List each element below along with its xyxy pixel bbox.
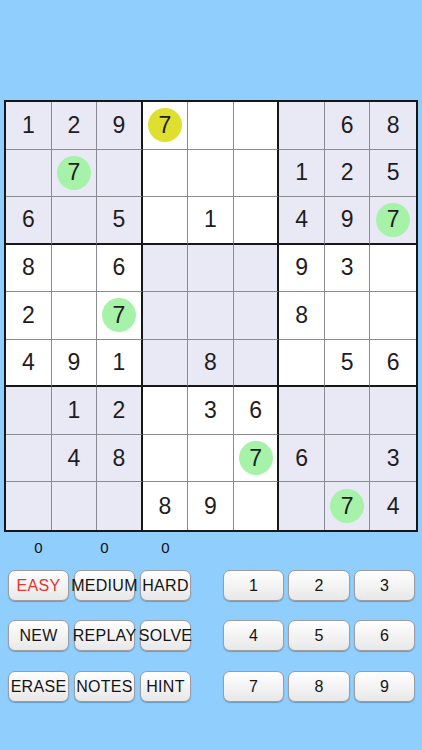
cell-r2c7[interactable]: 1 [279, 150, 325, 198]
solve-button[interactable]: SOLVE [140, 620, 191, 651]
cell-r6c1[interactable]: 4 [6, 340, 52, 388]
cell-r7c9[interactable] [370, 387, 416, 435]
cell-r1c4[interactable]: 7 [143, 102, 189, 150]
hard-counter: 0 [140, 539, 191, 557]
same-digit-highlight: 7 [239, 441, 273, 475]
cell-r3c9[interactable]: 7 [370, 197, 416, 245]
cell-r4c4[interactable] [143, 245, 189, 293]
cell-r4c8[interactable]: 3 [325, 245, 371, 293]
same-digit-highlight: 7 [376, 203, 410, 237]
cell-r1c8[interactable]: 6 [325, 102, 371, 150]
cell-r2c5[interactable] [188, 150, 234, 198]
cell-r8c3[interactable]: 8 [97, 435, 143, 483]
cell-r8c9[interactable]: 3 [370, 435, 416, 483]
cell-r9c6[interactable] [234, 482, 280, 530]
cell-r8c7[interactable]: 6 [279, 435, 325, 483]
cell-r9c7[interactable] [279, 482, 325, 530]
cell-r5c2[interactable] [52, 292, 98, 340]
same-digit-highlight: 7 [57, 156, 91, 190]
cell-r1c7[interactable] [279, 102, 325, 150]
cell-r7c2[interactable]: 1 [52, 387, 98, 435]
replay-button[interactable]: REPLAY [74, 620, 135, 651]
erase-button[interactable]: ERASE [8, 671, 69, 702]
cell-r7c3[interactable]: 2 [97, 387, 143, 435]
number-4-button[interactable]: 4 [223, 620, 284, 651]
cell-r8c1[interactable] [6, 435, 52, 483]
cell-r4c5[interactable] [188, 245, 234, 293]
number-3-button[interactable]: 3 [354, 570, 415, 601]
cell-r8c5[interactable] [188, 435, 234, 483]
cell-r1c9[interactable]: 8 [370, 102, 416, 150]
cell-r3c7[interactable]: 4 [279, 197, 325, 245]
cell-r7c5[interactable]: 3 [188, 387, 234, 435]
cell-r6c4[interactable] [143, 340, 189, 388]
notes-button[interactable]: NOTES [74, 671, 135, 702]
number-1-button[interactable]: 1 [223, 570, 284, 601]
cell-r4c2[interactable] [52, 245, 98, 293]
cell-r1c6[interactable] [234, 102, 280, 150]
cell-r7c4[interactable] [143, 387, 189, 435]
hint-button[interactable]: HINT [140, 671, 191, 702]
cell-r9c1[interactable] [6, 482, 52, 530]
easy-button[interactable]: EASY [8, 570, 69, 601]
cell-r4c3[interactable]: 6 [97, 245, 143, 293]
cell-r5c7[interactable]: 8 [279, 292, 325, 340]
cell-r5c4[interactable] [143, 292, 189, 340]
cell-r5c6[interactable] [234, 292, 280, 340]
cell-r8c6[interactable]: 7 [234, 435, 280, 483]
cell-r5c1[interactable]: 2 [6, 292, 52, 340]
cell-r6c3[interactable]: 1 [97, 340, 143, 388]
cell-r3c8[interactable]: 9 [325, 197, 371, 245]
cell-r3c3[interactable]: 5 [97, 197, 143, 245]
cell-r7c6[interactable]: 6 [234, 387, 280, 435]
cell-r2c9[interactable]: 5 [370, 150, 416, 198]
cell-r8c2[interactable]: 4 [52, 435, 98, 483]
cell-r6c5[interactable]: 8 [188, 340, 234, 388]
number-5-button[interactable]: 5 [288, 620, 350, 651]
cell-r1c5[interactable] [188, 102, 234, 150]
cell-r4c9[interactable] [370, 245, 416, 293]
cell-r5c3[interactable]: 7 [97, 292, 143, 340]
cell-r5c5[interactable] [188, 292, 234, 340]
number-8-button[interactable]: 8 [288, 671, 350, 702]
selected-cell-highlight: 7 [148, 108, 182, 142]
cell-r9c4[interactable]: 8 [143, 482, 189, 530]
cell-r3c6[interactable] [234, 197, 280, 245]
cell-r6c6[interactable] [234, 340, 280, 388]
cell-r2c2[interactable]: 7 [52, 150, 98, 198]
cell-r2c6[interactable] [234, 150, 280, 198]
cell-r9c2[interactable] [52, 482, 98, 530]
cell-r3c2[interactable] [52, 197, 98, 245]
new-button[interactable]: NEW [8, 620, 69, 651]
cell-r3c1[interactable]: 6 [6, 197, 52, 245]
cell-r6c8[interactable]: 5 [325, 340, 371, 388]
hard-button[interactable]: HARD [140, 570, 191, 601]
cell-r6c7[interactable] [279, 340, 325, 388]
sudoku-board: 1297687125651497869327849185612364876389… [4, 100, 418, 532]
cell-r6c2[interactable]: 9 [52, 340, 98, 388]
number-6-button[interactable]: 6 [354, 620, 415, 651]
cell-r3c5[interactable]: 1 [188, 197, 234, 245]
cell-r2c4[interactable] [143, 150, 189, 198]
cell-r2c1[interactable] [6, 150, 52, 198]
same-digit-highlight: 7 [102, 298, 136, 332]
medium-button[interactable]: MEDIUM [74, 570, 135, 601]
number-7-button[interactable]: 7 [223, 671, 284, 702]
cell-r5c9[interactable] [370, 292, 416, 340]
cell-r3c4[interactable] [143, 197, 189, 245]
cell-r5c8[interactable] [325, 292, 371, 340]
number-9-button[interactable]: 9 [354, 671, 415, 702]
cell-r2c3[interactable] [97, 150, 143, 198]
cell-r9c3[interactable] [97, 482, 143, 530]
cell-r4c7[interactable]: 9 [279, 245, 325, 293]
cell-r9c9[interactable]: 4 [370, 482, 416, 530]
easy-counter: 0 [8, 539, 69, 557]
number-2-button[interactable]: 2 [288, 570, 350, 601]
cell-r8c8[interactable] [325, 435, 371, 483]
cell-r4c1[interactable]: 8 [6, 245, 52, 293]
cell-r7c8[interactable] [325, 387, 371, 435]
medium-counter: 0 [74, 539, 135, 557]
cell-r4c6[interactable] [234, 245, 280, 293]
cell-r7c7[interactable] [279, 387, 325, 435]
same-digit-highlight: 7 [330, 489, 364, 523]
cell-r9c8[interactable]: 7 [325, 482, 371, 530]
cell-r7c1[interactable] [6, 387, 52, 435]
cell-r1c1[interactable]: 1 [6, 102, 52, 150]
cell-r1c3[interactable]: 9 [97, 102, 143, 150]
cell-r1c2[interactable]: 2 [52, 102, 98, 150]
cell-r6c9[interactable]: 6 [370, 340, 416, 388]
cell-r8c4[interactable] [143, 435, 189, 483]
cell-r9c5[interactable]: 9 [188, 482, 234, 530]
cell-r2c8[interactable]: 2 [325, 150, 371, 198]
